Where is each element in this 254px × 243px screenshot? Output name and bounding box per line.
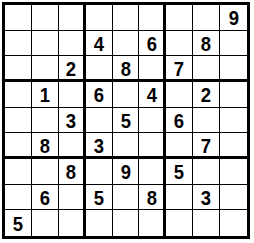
cell-r8c3[interactable]: [59, 185, 86, 211]
cell-r4c9[interactable]: [220, 82, 247, 108]
given-digit: 3: [201, 186, 211, 208]
cell-r2c7[interactable]: [166, 31, 193, 57]
cell-r6c6[interactable]: [139, 133, 166, 159]
given-digit: 6: [93, 83, 103, 105]
cell-r4c6[interactable]: 4: [139, 82, 166, 108]
given-digit: 9: [120, 160, 130, 182]
cell-r4c8[interactable]: 2: [193, 82, 220, 108]
cell-r7c7[interactable]: 5: [166, 159, 193, 185]
given-digit: 4: [146, 83, 156, 105]
cell-r1c4[interactable]: [86, 5, 113, 31]
cell-r9c6[interactable]: [139, 210, 166, 236]
cell-r5c7[interactable]: 6: [166, 108, 193, 134]
cell-r6c8[interactable]: 7: [193, 133, 220, 159]
cell-r7c8[interactable]: [193, 159, 220, 185]
given-digit: 8: [120, 57, 130, 79]
cell-r3c5[interactable]: 8: [113, 56, 140, 82]
cell-r3c2[interactable]: [32, 56, 59, 82]
cell-r6c2[interactable]: 8: [32, 133, 59, 159]
cell-r4c3[interactable]: [59, 82, 86, 108]
given-digit: 3: [66, 109, 76, 131]
given-digit: 5: [120, 109, 130, 131]
cell-r3c8[interactable]: [193, 56, 220, 82]
cell-r5c3[interactable]: 3: [59, 108, 86, 134]
given-digit: 4: [93, 32, 103, 54]
given-digit: 2: [66, 57, 76, 79]
cell-r7c2[interactable]: [32, 159, 59, 185]
cell-r6c9[interactable]: [220, 133, 247, 159]
given-digit: 7: [201, 134, 211, 156]
cell-r6c5[interactable]: [113, 133, 140, 159]
cell-r9c1[interactable]: 5: [5, 210, 32, 236]
cell-r5c5[interactable]: 5: [113, 108, 140, 134]
cell-r1c6[interactable]: [139, 5, 166, 31]
given-digit: 8: [201, 32, 211, 54]
cell-r8c9[interactable]: [220, 185, 247, 211]
cell-r7c6[interactable]: [139, 159, 166, 185]
cell-r2c6[interactable]: 6: [139, 31, 166, 57]
cell-r9c9[interactable]: [220, 210, 247, 236]
cell-r5c1[interactable]: [5, 108, 32, 134]
cell-r6c4[interactable]: 3: [86, 133, 113, 159]
cell-r4c4[interactable]: 6: [86, 82, 113, 108]
cell-r4c7[interactable]: [166, 82, 193, 108]
cell-r9c2[interactable]: [32, 210, 59, 236]
cell-r7c1[interactable]: [5, 159, 32, 185]
cell-r5c2[interactable]: [32, 108, 59, 134]
cell-r4c2[interactable]: 1: [32, 82, 59, 108]
cell-r8c5[interactable]: [113, 185, 140, 211]
cell-r5c4[interactable]: [86, 108, 113, 134]
cell-r1c8[interactable]: [193, 5, 220, 31]
cell-r2c2[interactable]: [32, 31, 59, 57]
cell-r5c8[interactable]: [193, 108, 220, 134]
cell-r6c3[interactable]: [59, 133, 86, 159]
given-digit: 8: [146, 186, 156, 208]
given-digit: 7: [174, 57, 184, 79]
cell-r5c9[interactable]: [220, 108, 247, 134]
cell-r1c1[interactable]: [5, 5, 32, 31]
cell-r2c1[interactable]: [5, 31, 32, 57]
given-digit: 3: [93, 134, 103, 156]
cell-r7c5[interactable]: 9: [113, 159, 140, 185]
cell-r2c4[interactable]: 4: [86, 31, 113, 57]
given-digit: 8: [66, 160, 76, 182]
cell-r2c3[interactable]: [59, 31, 86, 57]
cell-r1c3[interactable]: [59, 5, 86, 31]
cell-r8c6[interactable]: 8: [139, 185, 166, 211]
cell-r3c4[interactable]: [86, 56, 113, 82]
cell-r6c7[interactable]: [166, 133, 193, 159]
cell-r1c2[interactable]: [32, 5, 59, 31]
cell-r3c7[interactable]: 7: [166, 56, 193, 82]
given-digit: 2: [201, 83, 211, 105]
cell-r1c9[interactable]: 9: [220, 5, 247, 31]
cell-r8c7[interactable]: [166, 185, 193, 211]
cell-r8c2[interactable]: 6: [32, 185, 59, 211]
given-digit: 9: [228, 6, 238, 28]
cell-r7c9[interactable]: [220, 159, 247, 185]
given-digit: 5: [93, 186, 103, 208]
cell-r2c9[interactable]: [220, 31, 247, 57]
cell-r7c3[interactable]: 8: [59, 159, 86, 185]
cell-r9c3[interactable]: [59, 210, 86, 236]
cell-r1c5[interactable]: [113, 5, 140, 31]
cell-r8c8[interactable]: 3: [193, 185, 220, 211]
cell-r9c8[interactable]: [193, 210, 220, 236]
given-digit: 1: [40, 83, 50, 105]
cell-r3c3[interactable]: 2: [59, 56, 86, 82]
given-digit: 6: [146, 32, 156, 54]
given-digit: 6: [40, 186, 50, 208]
cell-r1c7[interactable]: [166, 5, 193, 31]
cell-r7c4[interactable]: [86, 159, 113, 185]
sudoku-board: 9468287164235683789565835: [2, 2, 250, 239]
cell-r3c6[interactable]: [139, 56, 166, 82]
cell-r8c1[interactable]: [5, 185, 32, 211]
cell-r9c4[interactable]: [86, 210, 113, 236]
cell-r9c7[interactable]: [166, 210, 193, 236]
given-digit: 5: [13, 212, 23, 234]
cell-r2c5[interactable]: [113, 31, 140, 57]
cell-r8c4[interactable]: 5: [86, 185, 113, 211]
cell-r2c8[interactable]: 8: [193, 31, 220, 57]
given-digit: 5: [174, 160, 184, 182]
cell-r3c1[interactable]: [5, 56, 32, 82]
cell-r4c1[interactable]: [5, 82, 32, 108]
cell-r9c5[interactable]: [113, 210, 140, 236]
given-digit: 6: [174, 109, 184, 131]
given-digit: 8: [40, 134, 50, 156]
cell-r3c9[interactable]: [220, 56, 247, 82]
cell-r5c6[interactable]: [139, 108, 166, 134]
cell-r6c1[interactable]: [5, 133, 32, 159]
cell-r4c5[interactable]: [113, 82, 140, 108]
